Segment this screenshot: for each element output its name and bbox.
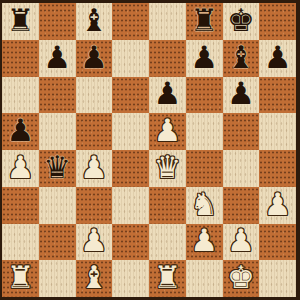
square-e3[interactable]	[149, 187, 186, 224]
black-rook-piece: ♜	[6, 5, 34, 36]
square-d7[interactable]	[112, 40, 149, 77]
white-queen-piece: ♛	[153, 152, 181, 183]
white-pawn-piece: ♟	[190, 225, 218, 256]
white-bishop-piece: ♝	[80, 262, 108, 293]
square-c8[interactable]: ♝	[76, 3, 113, 40]
square-c3[interactable]	[76, 187, 113, 224]
square-d2[interactable]	[112, 224, 149, 261]
black-pawn-piece: ♟	[80, 42, 108, 73]
square-h2[interactable]	[259, 224, 296, 261]
square-g4[interactable]	[223, 150, 260, 187]
square-f2[interactable]: ♟	[186, 224, 223, 261]
square-h1[interactable]	[259, 260, 296, 297]
white-pawn-piece: ♟	[80, 152, 108, 183]
chess-board-frame: ♜♝♜♚♟♟♟♝♟♟♟♟♟♟♛♟♛♞♟♟♟♟♜♝♜♚	[0, 0, 300, 300]
square-h6[interactable]	[259, 77, 296, 114]
square-a1[interactable]: ♜	[2, 260, 39, 297]
square-g1[interactable]: ♚	[223, 260, 260, 297]
black-bishop-piece: ♝	[227, 42, 255, 73]
white-pawn-piece: ♟	[227, 225, 255, 256]
square-f5[interactable]	[186, 113, 223, 150]
black-pawn-piece: ♟	[6, 115, 34, 146]
square-b4[interactable]: ♛	[39, 150, 76, 187]
square-a4[interactable]: ♟	[2, 150, 39, 187]
square-h3[interactable]: ♟	[259, 187, 296, 224]
square-b1[interactable]	[39, 260, 76, 297]
square-h5[interactable]	[259, 113, 296, 150]
black-queen-piece: ♛	[43, 152, 71, 183]
square-c1[interactable]: ♝	[76, 260, 113, 297]
square-a3[interactable]	[2, 187, 39, 224]
square-e1[interactable]: ♜	[149, 260, 186, 297]
square-g8[interactable]: ♚	[223, 3, 260, 40]
white-knight-piece: ♞	[190, 189, 218, 220]
square-f8[interactable]: ♜	[186, 3, 223, 40]
white-pawn-piece: ♟	[80, 225, 108, 256]
square-c5[interactable]	[76, 113, 113, 150]
square-a7[interactable]	[2, 40, 39, 77]
square-b3[interactable]	[39, 187, 76, 224]
square-a2[interactable]	[2, 224, 39, 261]
square-a8[interactable]: ♜	[2, 3, 39, 40]
square-g3[interactable]	[223, 187, 260, 224]
white-rook-piece: ♜	[153, 262, 181, 293]
square-c6[interactable]	[76, 77, 113, 114]
square-a6[interactable]	[2, 77, 39, 114]
black-pawn-piece: ♟	[190, 42, 218, 73]
square-c4[interactable]: ♟	[76, 150, 113, 187]
square-b6[interactable]	[39, 77, 76, 114]
black-bishop-piece: ♝	[80, 5, 108, 36]
black-pawn-piece: ♟	[43, 42, 71, 73]
black-rook-piece: ♜	[190, 5, 218, 36]
black-king-piece: ♚	[227, 5, 255, 36]
square-f1[interactable]	[186, 260, 223, 297]
square-e4[interactable]: ♛	[149, 150, 186, 187]
square-e5[interactable]: ♟	[149, 113, 186, 150]
square-h4[interactable]	[259, 150, 296, 187]
square-d6[interactable]	[112, 77, 149, 114]
square-g2[interactable]: ♟	[223, 224, 260, 261]
square-b8[interactable]	[39, 3, 76, 40]
chess-board: ♜♝♜♚♟♟♟♝♟♟♟♟♟♟♛♟♛♞♟♟♟♟♜♝♜♚	[2, 3, 296, 297]
square-e6[interactable]: ♟	[149, 77, 186, 114]
square-f7[interactable]: ♟	[186, 40, 223, 77]
square-c7[interactable]: ♟	[76, 40, 113, 77]
square-h7[interactable]: ♟	[259, 40, 296, 77]
square-c2[interactable]: ♟	[76, 224, 113, 261]
square-d3[interactable]	[112, 187, 149, 224]
white-pawn-piece: ♟	[264, 189, 292, 220]
square-h8[interactable]	[259, 3, 296, 40]
black-pawn-piece: ♟	[153, 78, 181, 109]
black-pawn-piece: ♟	[227, 78, 255, 109]
square-f3[interactable]: ♞	[186, 187, 223, 224]
square-f4[interactable]	[186, 150, 223, 187]
square-e2[interactable]	[149, 224, 186, 261]
white-pawn-piece: ♟	[6, 152, 34, 183]
square-b2[interactable]	[39, 224, 76, 261]
square-e7[interactable]	[149, 40, 186, 77]
square-g7[interactable]: ♝	[223, 40, 260, 77]
white-rook-piece: ♜	[6, 262, 34, 293]
black-pawn-piece: ♟	[264, 42, 292, 73]
square-d4[interactable]	[112, 150, 149, 187]
square-g5[interactable]	[223, 113, 260, 150]
square-g6[interactable]: ♟	[223, 77, 260, 114]
white-king-piece: ♚	[227, 262, 255, 293]
square-f6[interactable]	[186, 77, 223, 114]
square-d5[interactable]	[112, 113, 149, 150]
square-a5[interactable]: ♟	[2, 113, 39, 150]
square-d1[interactable]	[112, 260, 149, 297]
square-e8[interactable]	[149, 3, 186, 40]
square-b7[interactable]: ♟	[39, 40, 76, 77]
square-d8[interactable]	[112, 3, 149, 40]
square-b5[interactable]	[39, 113, 76, 150]
white-pawn-piece: ♟	[153, 115, 181, 146]
